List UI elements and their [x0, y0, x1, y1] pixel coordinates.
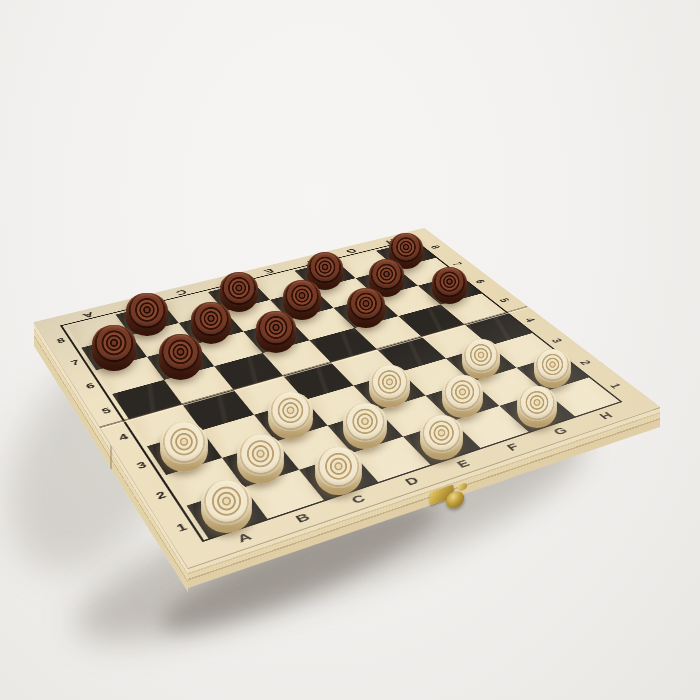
- piece-top: [315, 447, 362, 488]
- piece-top: [347, 288, 385, 321]
- rank-label-left-3: 3: [126, 456, 156, 473]
- file-label-near-f: F: [498, 439, 528, 455]
- piece-top: [517, 386, 557, 421]
- piece-top: [160, 422, 208, 464]
- piece-top: [237, 434, 284, 476]
- file-label-near-b: B: [287, 508, 319, 527]
- piece-white-e3[interactable]: [369, 365, 410, 408]
- photo-scene: AABBCCDDEEFFGGHH1122334455667788: [0, 0, 700, 700]
- piece-top: [420, 415, 463, 453]
- piece-top: [369, 259, 405, 291]
- piece-white-c3[interactable]: [268, 392, 312, 439]
- piece-top: [534, 349, 572, 382]
- piece-white-b2[interactable]: [237, 434, 284, 484]
- piece-top: [462, 339, 500, 373]
- rank-label-left-5: 5: [92, 403, 120, 418]
- brass-clasp-pin: [457, 482, 467, 492]
- piece-white-a1[interactable]: [201, 480, 251, 533]
- piece-top: [201, 480, 251, 525]
- piece-top: [343, 403, 387, 442]
- piece-white-g3[interactable]: [462, 339, 500, 379]
- piece-top: [389, 233, 423, 263]
- piece-white-h2[interactable]: [534, 349, 572, 389]
- piece-white-c1[interactable]: [315, 447, 362, 496]
- piece-dark-f6[interactable]: [347, 288, 385, 327]
- file-label-near-d: D: [396, 472, 427, 490]
- rank-label-left-6: 6: [77, 379, 104, 393]
- piece-dark-b6[interactable]: [159, 334, 202, 379]
- fold-hinge-notch: [110, 445, 111, 470]
- piece-top: [256, 311, 296, 346]
- piece-top: [442, 375, 483, 411]
- piece-white-g1[interactable]: [517, 386, 557, 428]
- rank-label-left-1: 1: [165, 517, 197, 536]
- piece-white-f2[interactable]: [442, 375, 483, 418]
- rank-label-left-2: 2: [145, 486, 176, 504]
- piece-top: [92, 325, 136, 363]
- piece-top: [126, 293, 167, 329]
- piece-dark-h6[interactable]: [432, 267, 467, 304]
- piece-top: [220, 272, 259, 306]
- rank-label-left-4: 4: [109, 429, 138, 445]
- piece-white-e1[interactable]: [420, 415, 463, 460]
- file-label-near-h: H: [591, 408, 620, 423]
- piece-white-d2[interactable]: [343, 403, 387, 449]
- piece-top: [307, 252, 343, 284]
- piece-dark-d6[interactable]: [256, 311, 296, 353]
- piece-top: [268, 392, 312, 431]
- piece-top: [369, 365, 410, 401]
- rank-label-left-8: 8: [48, 334, 74, 346]
- piece-dark-a7[interactable]: [92, 325, 136, 371]
- piece-white-a3[interactable]: [160, 422, 208, 472]
- rank-label-left-7: 7: [62, 356, 88, 369]
- piece-top: [283, 280, 321, 314]
- piece-top: [159, 334, 202, 372]
